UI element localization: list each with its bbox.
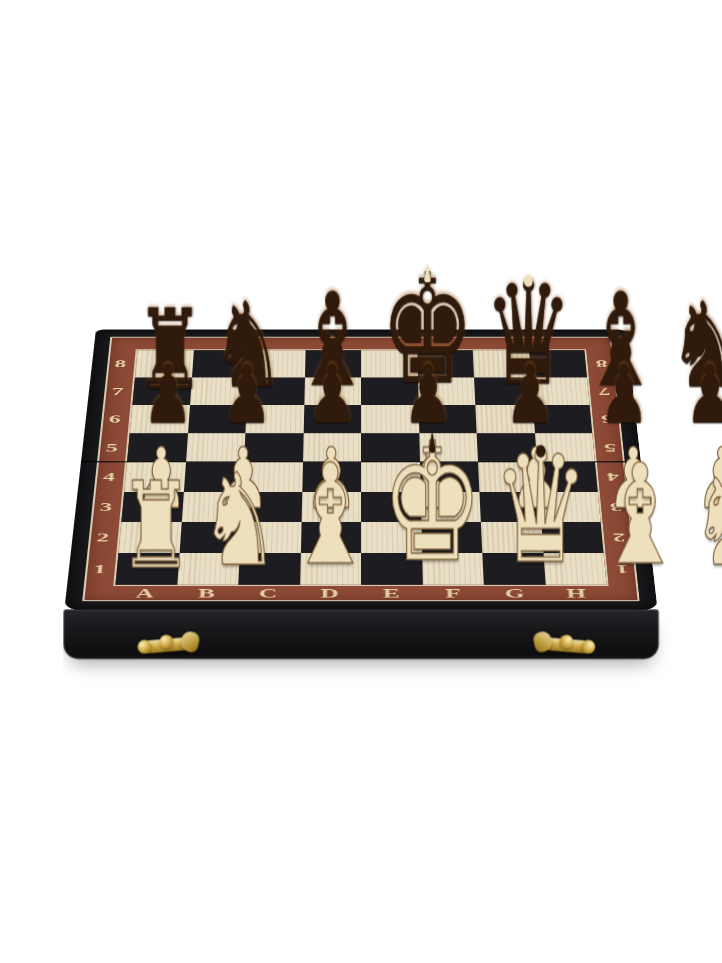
file-label-a: A [135, 586, 156, 601]
piece-glyph: ♟ [221, 354, 272, 435]
chess-board-box: 8877665544332211ABCDEFGH ♜♞♝♚♛♝♞♜♟♟♟♟♟♟♟… [64, 329, 657, 610]
file-label-h: H [566, 586, 588, 601]
pieces-layer: ♜♞♝♚♛♝♞♜♟♟♟♟♟♟♟♟♟♟♟♟♟♟♟♟♜♞♝♚♛♝♞♜ [115, 350, 606, 585]
light-knight-b1[interactable]: ♞ [200, 457, 280, 584]
file-label-f: F [445, 586, 462, 601]
rank-label-right-6: 6 [600, 412, 614, 425]
light-bishop-f1[interactable]: ♝ [597, 446, 684, 585]
box-front-edge [63, 609, 658, 659]
rank-label-left-1: 1 [93, 561, 108, 576]
light-king-d1[interactable]: ♚ [381, 421, 483, 584]
rank-label-right-8: 8 [594, 357, 608, 369]
piece-glyph: ♟ [306, 354, 357, 435]
file-label-d: D [320, 586, 339, 601]
finial-queen [536, 444, 545, 457]
brass-clasp-left [136, 628, 200, 663]
rank-label-left-6: 6 [108, 412, 122, 425]
piece-glyph: ♝ [287, 446, 374, 585]
rank-label-left-5: 5 [105, 441, 119, 454]
rank-label-left-4: 4 [102, 470, 116, 484]
dark-pawn-b7[interactable]: ♟ [221, 354, 272, 435]
brass-clasp-right [532, 628, 596, 663]
rank-label-left-2: 2 [96, 530, 111, 544]
piece-glyph: ♞ [200, 457, 280, 584]
rank-label-right-7: 7 [597, 385, 611, 398]
piece-glyph: ♞ [691, 457, 722, 584]
dark-pawn-g7[interactable]: ♟ [684, 354, 722, 435]
rank-label-left-3: 3 [99, 500, 114, 514]
light-bishop-c1[interactable]: ♝ [287, 446, 374, 585]
clasp-screw [581, 639, 596, 654]
file-label-e: E [383, 586, 401, 601]
piece-glyph: ♟ [684, 354, 722, 435]
piece-glyph: ♜ [119, 466, 193, 585]
dark-pawn-a7[interactable]: ♟ [142, 354, 193, 435]
product-photo: 8877665544332211ABCDEFGH ♜♞♝♚♛♝♞♜♟♟♟♟♟♟♟… [0, 0, 722, 963]
finial-queen [524, 275, 533, 287]
piece-glyph: ♝ [597, 446, 684, 585]
light-queen-e1[interactable]: ♛ [492, 430, 589, 585]
light-knight-g1[interactable]: ♞ [691, 457, 722, 584]
file-label-b: B [198, 586, 217, 601]
rank-label-left-7: 7 [111, 385, 125, 398]
rank-label-left-8: 8 [114, 357, 128, 369]
file-label-c: C [259, 586, 279, 601]
piece-glyph: ♟ [142, 354, 193, 435]
dark-pawn-c7[interactable]: ♟ [306, 354, 357, 435]
light-rook-a1[interactable]: ♜ [119, 466, 193, 585]
file-label-g: G [504, 586, 526, 601]
